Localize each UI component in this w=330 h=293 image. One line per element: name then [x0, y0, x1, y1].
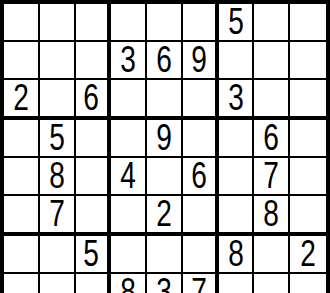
- cell-r6c8[interactable]: 8: [254, 196, 290, 236]
- cell-r4c4[interactable]: [111, 120, 147, 158]
- cell-r2c1[interactable]: [4, 42, 40, 80]
- cell-r4c8[interactable]: 6: [254, 120, 290, 158]
- cell-r5c9[interactable]: [290, 158, 326, 196]
- cell-r4c6[interactable]: [183, 120, 219, 158]
- cell-r3c7[interactable]: 3: [219, 80, 255, 120]
- cell-r7c9[interactable]: 2: [290, 236, 326, 274]
- cell-r7c3[interactable]: 5: [76, 236, 112, 274]
- cell-r6c7[interactable]: [219, 196, 255, 236]
- cell-r8c6[interactable]: 7: [183, 274, 219, 293]
- cell-r3c5[interactable]: [147, 80, 183, 120]
- cell-r8c8[interactable]: [254, 274, 290, 293]
- cell-r2c4[interactable]: 3: [111, 42, 147, 80]
- cell-r1c7[interactable]: 5: [219, 4, 255, 42]
- cell-r2c6[interactable]: 9: [183, 42, 219, 80]
- cell-r8c3[interactable]: [76, 274, 112, 293]
- cell-r7c6[interactable]: [183, 236, 219, 274]
- cell-r1c5[interactable]: [147, 4, 183, 42]
- cell-r4c3[interactable]: [76, 120, 112, 158]
- cell-r5c6[interactable]: 6: [183, 158, 219, 196]
- cell-r5c2[interactable]: 8: [40, 158, 76, 196]
- given-digit: 9: [156, 120, 172, 156]
- cell-r5c5[interactable]: [147, 158, 183, 196]
- given-digit: 6: [264, 120, 280, 156]
- cell-r4c9[interactable]: [290, 120, 326, 158]
- cell-r7c2[interactable]: [40, 236, 76, 274]
- cell-r4c5[interactable]: 9: [147, 120, 183, 158]
- given-digit: 5: [228, 4, 244, 40]
- sudoku-board: 536926359684677285828371: [0, 0, 330, 293]
- cell-r1c9[interactable]: [290, 4, 326, 42]
- cell-r6c6[interactable]: [183, 196, 219, 236]
- cell-r6c3[interactable]: [76, 196, 112, 236]
- cell-r7c5[interactable]: [147, 236, 183, 274]
- cell-r8c7[interactable]: [219, 274, 255, 293]
- cell-r5c7[interactable]: [219, 158, 255, 196]
- given-digit: 7: [49, 196, 65, 232]
- cell-r1c8[interactable]: [254, 4, 290, 42]
- cell-r1c4[interactable]: [111, 4, 147, 42]
- cell-r5c4[interactable]: 4: [111, 158, 147, 196]
- cell-r7c4[interactable]: [111, 236, 147, 274]
- given-digit: 6: [156, 42, 172, 78]
- given-digit: 5: [84, 236, 100, 272]
- cell-r6c1[interactable]: [4, 196, 40, 236]
- cell-r2c8[interactable]: [254, 42, 290, 80]
- cell-r3c3[interactable]: 6: [76, 80, 112, 120]
- cell-r8c5[interactable]: 3: [147, 274, 183, 293]
- cell-r6c5[interactable]: 2: [147, 196, 183, 236]
- cell-r1c1[interactable]: [4, 4, 40, 42]
- given-digit: 3: [228, 80, 244, 116]
- cell-r4c7[interactable]: [219, 120, 255, 158]
- given-digit: 8: [228, 236, 244, 272]
- given-digit: 3: [156, 274, 172, 293]
- cell-r1c3[interactable]: [76, 4, 112, 42]
- cell-r2c9[interactable]: [290, 42, 326, 80]
- cell-r7c1[interactable]: [4, 236, 40, 274]
- cell-r3c4[interactable]: [111, 80, 147, 120]
- cell-r2c5[interactable]: 6: [147, 42, 183, 80]
- cell-r3c2[interactable]: [40, 80, 76, 120]
- given-digit: 9: [191, 42, 207, 78]
- cell-r4c2[interactable]: 5: [40, 120, 76, 158]
- cell-r8c1[interactable]: [4, 274, 40, 293]
- cell-r2c2[interactable]: [40, 42, 76, 80]
- cell-r4c1[interactable]: [4, 120, 40, 158]
- cell-r5c3[interactable]: [76, 158, 112, 196]
- cell-r8c2[interactable]: [40, 274, 76, 293]
- given-digit: 2: [156, 196, 172, 232]
- cell-r1c2[interactable]: [40, 4, 76, 42]
- given-digit: 6: [191, 158, 207, 194]
- cell-r6c9[interactable]: [290, 196, 326, 236]
- given-digit: 2: [300, 236, 316, 272]
- cell-r3c6[interactable]: [183, 80, 219, 120]
- given-digit: 3: [120, 42, 136, 78]
- cell-r3c1[interactable]: 2: [4, 80, 40, 120]
- given-digit: 2: [13, 80, 29, 116]
- given-digit: 8: [49, 158, 65, 194]
- cell-r5c8[interactable]: 7: [254, 158, 290, 196]
- given-digit: 8: [120, 274, 136, 293]
- cell-r5c1[interactable]: [4, 158, 40, 196]
- cell-r3c9[interactable]: [290, 80, 326, 120]
- cell-r8c9[interactable]: [290, 274, 326, 293]
- given-digit: 5: [49, 120, 65, 156]
- cell-r2c3[interactable]: [76, 42, 112, 80]
- cell-r1c6[interactable]: [183, 4, 219, 42]
- cell-r2c7[interactable]: [219, 42, 255, 80]
- cell-r8c4[interactable]: 8: [111, 274, 147, 293]
- cell-r6c2[interactable]: 7: [40, 196, 76, 236]
- cell-r7c8[interactable]: [254, 236, 290, 274]
- cell-r3c8[interactable]: [254, 80, 290, 120]
- given-digit: 6: [84, 80, 100, 116]
- given-digit: 7: [264, 158, 280, 194]
- given-digit: 7: [191, 274, 207, 293]
- given-digit: 4: [120, 158, 136, 194]
- given-digit: 8: [264, 196, 280, 232]
- cell-r6c4[interactable]: [111, 196, 147, 236]
- cell-r7c7[interactable]: 8: [219, 236, 255, 274]
